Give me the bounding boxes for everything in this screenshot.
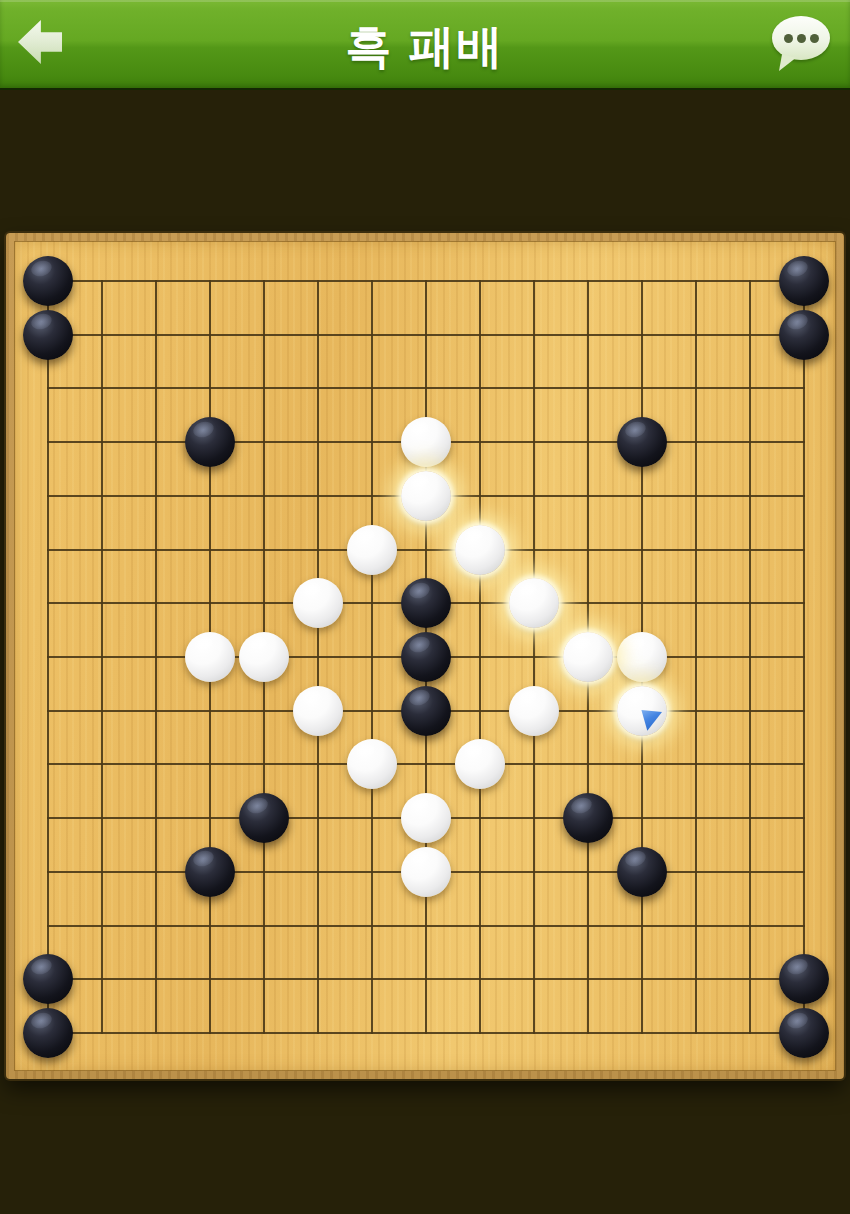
board-grid[interactable] <box>48 281 804 1033</box>
chat-dot-icon <box>784 34 793 43</box>
stone-white <box>293 686 343 736</box>
stone-black <box>239 793 289 843</box>
page-title: 흑 패배 <box>0 16 850 78</box>
stone-white <box>401 847 451 897</box>
stone-black <box>617 847 667 897</box>
chat-bubble-icon <box>772 16 830 60</box>
stone-black <box>779 310 829 360</box>
game-board <box>6 233 844 1079</box>
stone-black <box>563 793 613 843</box>
stone-black <box>23 954 73 1004</box>
stone-white <box>401 471 451 521</box>
last-move-marker <box>641 710 662 731</box>
stone-white <box>617 632 667 682</box>
grid-line <box>695 280 697 1034</box>
stone-black <box>779 1008 829 1058</box>
stone-white <box>455 525 505 575</box>
grid-line <box>47 1032 805 1034</box>
app-screen: 흑 패배 <box>0 0 850 1214</box>
grid-line <box>749 280 751 1034</box>
grid-line <box>47 978 805 980</box>
stone-black <box>185 847 235 897</box>
chat-dot-icon <box>810 34 819 43</box>
stone-white <box>185 632 235 682</box>
stone-white <box>347 739 397 789</box>
stone-black <box>617 417 667 467</box>
stone-white <box>293 578 343 628</box>
stone-black <box>779 256 829 306</box>
stone-white <box>509 686 559 736</box>
grid-line <box>47 925 805 927</box>
stone-black <box>23 310 73 360</box>
grid-line <box>533 280 535 1034</box>
grid-line <box>479 280 481 1034</box>
stone-black <box>401 632 451 682</box>
stone-white <box>509 578 559 628</box>
chat-dot-icon <box>797 34 806 43</box>
grid-line <box>47 763 805 765</box>
stone-white <box>239 632 289 682</box>
stone-white <box>401 417 451 467</box>
stone-black <box>23 1008 73 1058</box>
grid-line <box>803 280 805 1034</box>
stone-black <box>401 686 451 736</box>
stone-black <box>401 578 451 628</box>
stone-black <box>23 256 73 306</box>
chat-button[interactable] <box>768 10 834 76</box>
stone-white <box>347 525 397 575</box>
stone-white <box>563 632 613 682</box>
stone-black <box>185 417 235 467</box>
stone-black <box>779 954 829 1004</box>
stone-white <box>401 793 451 843</box>
header: 흑 패배 <box>0 0 850 88</box>
stone-white <box>617 686 667 736</box>
stone-white <box>455 739 505 789</box>
